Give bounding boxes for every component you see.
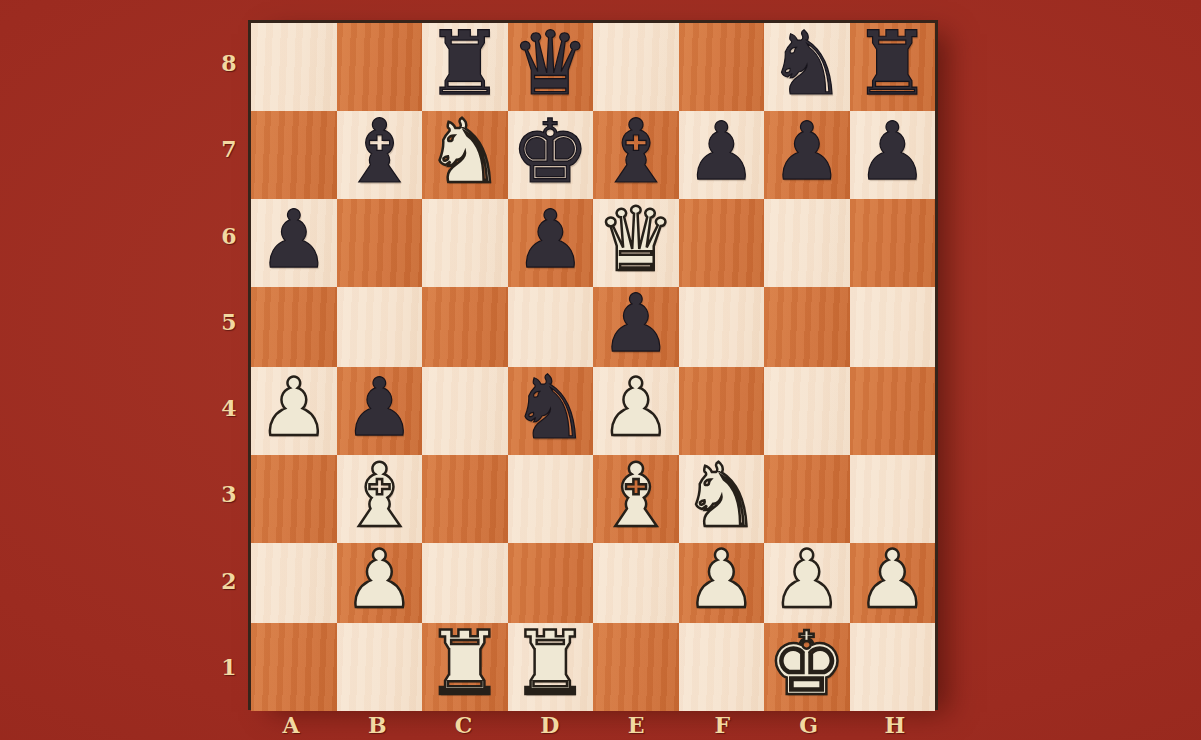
black-rook-c8[interactable]: ♜ — [425, 20, 504, 108]
square-b3[interactable]: ♝ — [337, 455, 423, 543]
black-pawn-d6[interactable]: ♟ — [514, 200, 586, 280]
file-label-a: A — [248, 710, 334, 740]
square-d2[interactable] — [508, 543, 594, 623]
file-label-h: H — [852, 710, 938, 740]
white-rook-d1[interactable]: ♜ — [511, 620, 590, 708]
square-g5[interactable] — [764, 287, 850, 367]
black-pawn-g7[interactable]: ♟ — [771, 112, 843, 192]
white-bishop-e3[interactable]: ♝ — [596, 452, 675, 540]
square-f1[interactable] — [679, 623, 765, 711]
square-f8[interactable] — [679, 23, 765, 111]
square-a4[interactable]: ♟ — [251, 367, 337, 455]
square-e1[interactable] — [593, 623, 679, 711]
rank-labels: 87654321 — [212, 20, 246, 710]
square-g4[interactable] — [764, 367, 850, 455]
rank-label-4: 4 — [212, 365, 246, 451]
square-b5[interactable] — [337, 287, 423, 367]
square-b2[interactable]: ♟ — [337, 543, 423, 623]
white-pawn-b2[interactable]: ♟ — [343, 540, 415, 620]
black-queen-d8[interactable]: ♛ — [511, 20, 590, 108]
square-b8[interactable] — [337, 23, 423, 111]
rank-label-5: 5 — [212, 279, 246, 365]
square-f6[interactable] — [679, 199, 765, 287]
square-d3[interactable] — [508, 455, 594, 543]
square-h3[interactable] — [850, 455, 936, 543]
white-pawn-f2[interactable]: ♟ — [685, 540, 757, 620]
square-d5[interactable] — [508, 287, 594, 367]
white-king-g1[interactable]: ♚ — [767, 620, 846, 708]
square-e8[interactable] — [593, 23, 679, 111]
square-c8[interactable]: ♜ — [422, 23, 508, 111]
white-rook-c1[interactable]: ♜ — [425, 620, 504, 708]
square-a2[interactable] — [251, 543, 337, 623]
black-pawn-h7[interactable]: ♟ — [856, 112, 928, 192]
square-f7[interactable]: ♟ — [679, 111, 765, 199]
square-e5[interactable]: ♟ — [593, 287, 679, 367]
file-label-e: E — [593, 710, 679, 740]
square-c7[interactable]: ♞ — [422, 111, 508, 199]
black-pawn-b4[interactable]: ♟ — [343, 368, 415, 448]
square-a1[interactable] — [251, 623, 337, 711]
black-pawn-a6[interactable]: ♟ — [258, 200, 330, 280]
rank-label-3: 3 — [212, 451, 246, 537]
square-d8[interactable]: ♛ — [508, 23, 594, 111]
square-f2[interactable]: ♟ — [679, 543, 765, 623]
black-rook-h8[interactable]: ♜ — [853, 20, 932, 108]
square-f5[interactable] — [679, 287, 765, 367]
rank-label-1: 1 — [212, 624, 246, 710]
chess-diagram-background: 87654321 ♜♛♞♜♝♞♚♝♟♟♟♟♟♛♟♟♟♞♟♝♝♞♟♟♟♟♜♜♚ A… — [0, 0, 1201, 740]
square-d1[interactable]: ♜ — [508, 623, 594, 711]
square-d7[interactable]: ♚ — [508, 111, 594, 199]
black-bishop-e7[interactable]: ♝ — [596, 108, 675, 196]
white-pawn-g2[interactable]: ♟ — [771, 540, 843, 620]
square-a7[interactable] — [251, 111, 337, 199]
white-knight-c7[interactable]: ♞ — [425, 108, 504, 196]
square-b1[interactable] — [337, 623, 423, 711]
square-b4[interactable]: ♟ — [337, 367, 423, 455]
square-f3[interactable]: ♞ — [679, 455, 765, 543]
square-g8[interactable]: ♞ — [764, 23, 850, 111]
square-c2[interactable] — [422, 543, 508, 623]
square-h8[interactable]: ♜ — [850, 23, 936, 111]
square-h6[interactable] — [850, 199, 936, 287]
square-a5[interactable] — [251, 287, 337, 367]
square-h7[interactable]: ♟ — [850, 111, 936, 199]
white-knight-f3[interactable]: ♞ — [682, 452, 761, 540]
white-pawn-h2[interactable]: ♟ — [856, 540, 928, 620]
white-pawn-a4[interactable]: ♟ — [258, 368, 330, 448]
square-c6[interactable] — [422, 199, 508, 287]
square-c4[interactable] — [422, 367, 508, 455]
square-a6[interactable]: ♟ — [251, 199, 337, 287]
square-h1[interactable] — [850, 623, 936, 711]
square-a3[interactable] — [251, 455, 337, 543]
file-label-d: D — [507, 710, 593, 740]
file-label-f: F — [679, 710, 765, 740]
black-pawn-f7[interactable]: ♟ — [685, 112, 757, 192]
square-g7[interactable]: ♟ — [764, 111, 850, 199]
square-g1[interactable]: ♚ — [764, 623, 850, 711]
square-c1[interactable]: ♜ — [422, 623, 508, 711]
file-label-g: G — [766, 710, 852, 740]
square-e2[interactable] — [593, 543, 679, 623]
black-king-d7[interactable]: ♚ — [511, 108, 590, 196]
square-g2[interactable]: ♟ — [764, 543, 850, 623]
square-b6[interactable] — [337, 199, 423, 287]
square-d6[interactable]: ♟ — [508, 199, 594, 287]
square-c3[interactable] — [422, 455, 508, 543]
rank-label-7: 7 — [212, 106, 246, 192]
square-c5[interactable] — [422, 287, 508, 367]
white-queen-e6[interactable]: ♛ — [596, 196, 675, 284]
square-a8[interactable] — [251, 23, 337, 111]
black-knight-d4[interactable]: ♞ — [511, 364, 590, 452]
file-label-b: B — [334, 710, 420, 740]
square-g6[interactable] — [764, 199, 850, 287]
square-h2[interactable]: ♟ — [850, 543, 936, 623]
rank-label-8: 8 — [212, 20, 246, 106]
square-h5[interactable] — [850, 287, 936, 367]
square-e7[interactable]: ♝ — [593, 111, 679, 199]
black-pawn-e5[interactable]: ♟ — [600, 284, 672, 364]
square-e4[interactable]: ♟ — [593, 367, 679, 455]
rank-label-2: 2 — [212, 538, 246, 624]
white-pawn-e4[interactable]: ♟ — [600, 368, 672, 448]
black-bishop-b7[interactable]: ♝ — [340, 108, 419, 196]
rank-label-6: 6 — [212, 193, 246, 279]
square-d4[interactable]: ♞ — [508, 367, 594, 455]
square-e3[interactable]: ♝ — [593, 455, 679, 543]
black-knight-g8[interactable]: ♞ — [767, 20, 846, 108]
square-e6[interactable]: ♛ — [593, 199, 679, 287]
chess-board: ♜♛♞♜♝♞♚♝♟♟♟♟♟♛♟♟♟♞♟♝♝♞♟♟♟♟♜♜♚ — [248, 20, 938, 710]
file-labels: ABCDEFGH — [248, 710, 938, 740]
square-f4[interactable] — [679, 367, 765, 455]
white-bishop-b3[interactable]: ♝ — [340, 452, 419, 540]
square-g3[interactable] — [764, 455, 850, 543]
file-label-c: C — [421, 710, 507, 740]
square-h4[interactable] — [850, 367, 936, 455]
square-b7[interactable]: ♝ — [337, 111, 423, 199]
